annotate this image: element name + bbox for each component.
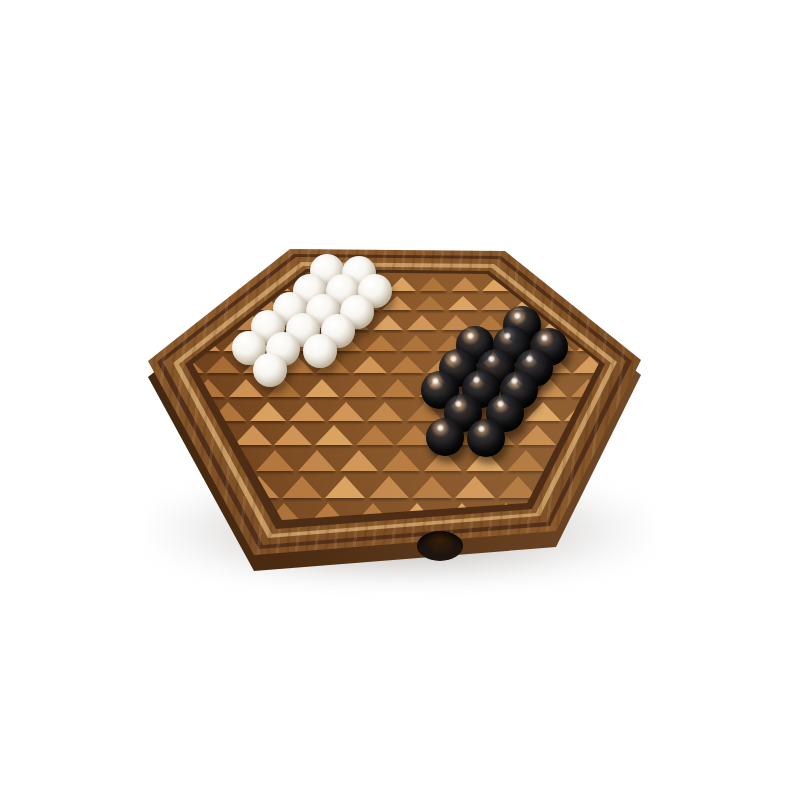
black-marble[interactable]	[426, 418, 464, 456]
black-marble[interactable]	[467, 419, 505, 457]
product-photo-scene	[0, 0, 800, 800]
white-marble[interactable]	[303, 334, 337, 368]
marble-layer	[0, 0, 800, 800]
white-marble[interactable]	[253, 353, 287, 387]
